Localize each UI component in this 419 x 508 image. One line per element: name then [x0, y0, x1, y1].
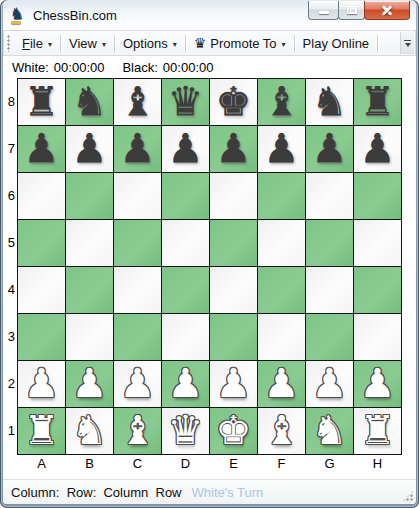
chevron-down-icon: ▾: [173, 38, 177, 49]
file-label-d: D: [162, 455, 209, 474]
square-a6[interactable]: [18, 173, 65, 219]
square-e1[interactable]: ♚: [210, 408, 257, 454]
black-king[interactable]: ♚: [210, 79, 257, 124]
white-pawn[interactable]: ♟: [162, 361, 209, 406]
square-e4[interactable]: [210, 267, 257, 313]
square-d6[interactable]: [162, 173, 209, 219]
white-pawn[interactable]: ♟: [114, 361, 161, 406]
white-pawn[interactable]: ♟: [306, 361, 353, 406]
menu-bar: File▾View▾Options▾♛Promote To▾Play Onlin…: [3, 30, 416, 56]
black-pawn[interactable]: ♟: [210, 126, 257, 171]
square-f8[interactable]: ♝: [258, 79, 305, 125]
square-c6[interactable]: [114, 173, 161, 219]
square-c4[interactable]: [114, 267, 161, 313]
status-coordinates-text: Column: Row: Column Row: [11, 485, 182, 500]
square-d7[interactable]: ♟: [162, 126, 209, 172]
rank-label-6: 6: [3, 173, 17, 219]
file-labels: ABCDEFGH: [18, 455, 416, 474]
close-icon: [381, 4, 393, 16]
white-queen[interactable]: ♛: [162, 408, 209, 453]
turn-indicator: White's Turn: [192, 485, 264, 500]
chevron-down-icon: [405, 43, 411, 47]
maximize-icon-inner: [350, 8, 356, 13]
square-h8[interactable]: ♜: [354, 79, 401, 125]
square-d3[interactable]: [162, 314, 209, 360]
menu-item-label: Promote To: [210, 36, 276, 51]
rank-labels: 87654321: [3, 78, 17, 455]
rank-label-1: 1: [3, 408, 17, 454]
square-a5[interactable]: [18, 220, 65, 266]
black-bishop[interactable]: ♝: [114, 79, 161, 124]
square-h6[interactable]: [354, 173, 401, 219]
square-d4[interactable]: [162, 267, 209, 313]
square-a1[interactable]: ♜: [18, 408, 65, 454]
white-pawn[interactable]: ♟: [66, 361, 113, 406]
square-g1[interactable]: ♞: [306, 408, 353, 454]
square-c1[interactable]: ♝: [114, 408, 161, 454]
square-c7[interactable]: ♟: [114, 126, 161, 172]
black-rook[interactable]: ♜: [354, 79, 401, 124]
menu-item-label: View: [69, 36, 97, 51]
square-f3[interactable]: [258, 314, 305, 360]
minimize-icon: [319, 11, 329, 14]
rank-label-5: 5: [3, 220, 17, 266]
square-c2[interactable]: ♟: [114, 361, 161, 407]
white-clock-time: 00:00:00: [54, 60, 105, 75]
black-rook[interactable]: ♜: [18, 79, 65, 124]
square-h1[interactable]: ♜: [354, 408, 401, 454]
file-label-b: B: [66, 455, 113, 474]
knight-icon-base: [11, 21, 21, 24]
square-d1[interactable]: ♛: [162, 408, 209, 454]
white-knight[interactable]: ♞: [306, 408, 353, 453]
chevron-down-icon: ▾: [282, 38, 286, 49]
square-d5[interactable]: [162, 220, 209, 266]
menu-item-label: File: [22, 36, 43, 51]
white-bishop[interactable]: ♝: [258, 408, 305, 453]
white-pawn[interactable]: ♟: [18, 361, 65, 406]
menu-item-view[interactable]: View▾: [62, 32, 113, 54]
black-pawn[interactable]: ♟: [114, 126, 161, 171]
white-pawn[interactable]: ♟: [210, 361, 257, 406]
chevron-down-icon: ▾: [102, 38, 106, 49]
menu-item-options[interactable]: Options▾: [116, 32, 184, 54]
rank-label-4: 4: [3, 267, 17, 313]
rank-label-2: 2: [3, 361, 17, 407]
rank-label-7: 7: [3, 126, 17, 172]
square-b1[interactable]: ♞: [66, 408, 113, 454]
toolbar-overflow-button[interactable]: [400, 32, 414, 54]
square-a3[interactable]: [18, 314, 65, 360]
toolbar-grip-handle[interactable]: [7, 35, 12, 52]
square-h2[interactable]: ♟: [354, 361, 401, 407]
square-a8[interactable]: ♜: [18, 79, 65, 125]
square-g5[interactable]: [306, 220, 353, 266]
square-c5[interactable]: [114, 220, 161, 266]
black-knight[interactable]: ♞: [66, 79, 113, 124]
white-knight[interactable]: ♞: [66, 408, 113, 453]
menu-separator: [114, 35, 115, 52]
square-e8[interactable]: ♚: [210, 79, 257, 125]
black-knight[interactable]: ♞: [306, 79, 353, 124]
square-c3[interactable]: [114, 314, 161, 360]
file-label-c: C: [114, 455, 161, 474]
square-f7[interactable]: ♟: [258, 126, 305, 172]
square-e3[interactable]: [210, 314, 257, 360]
square-a7[interactable]: ♟: [18, 126, 65, 172]
resize-grip[interactable]: [402, 490, 414, 502]
square-h3[interactable]: [354, 314, 401, 360]
window-controls: [309, 1, 410, 20]
square-h4[interactable]: [354, 267, 401, 313]
rank-label-8: 8: [3, 79, 17, 125]
menu-item-label: Play Online: [303, 36, 369, 51]
square-f1[interactable]: ♝: [258, 408, 305, 454]
square-g4[interactable]: [306, 267, 353, 313]
menu-item-label: Options: [123, 36, 168, 51]
white-pawn[interactable]: ♟: [258, 361, 305, 406]
square-a4[interactable]: [18, 267, 65, 313]
black-clock-label: Black:: [122, 60, 157, 75]
file-label-f: F: [258, 455, 305, 474]
square-f5[interactable]: [258, 220, 305, 266]
client-area: File▾View▾Options▾♛Promote To▾Play Onlin…: [3, 30, 416, 504]
title-bar: ♞ ChessBin.com: [3, 0, 416, 30]
app-window: ♞ ChessBin.com File▾View▾Options▾♛Promot…: [0, 0, 419, 508]
menu-item-file[interactable]: File▾: [15, 32, 59, 54]
black-pawn[interactable]: ♟: [306, 126, 353, 171]
maximize-button[interactable]: [338, 1, 365, 20]
white-pawn[interactable]: ♟: [354, 361, 401, 406]
square-e7[interactable]: ♟: [210, 126, 257, 172]
black-pawn[interactable]: ♟: [18, 126, 65, 171]
square-d2[interactable]: ♟: [162, 361, 209, 407]
menu-separator: [60, 35, 61, 52]
menu-item-play-online[interactable]: Play Online: [296, 32, 376, 54]
menu-item-promote-to[interactable]: ♛Promote To▾: [187, 32, 293, 54]
menu-separator: [294, 35, 295, 52]
chess-board: ♜♞♝♛♚♝♞♜♟♟♟♟♟♟♟♟♟♟♟♟♟♟♟♟♜♞♝♛♚♝♞♜: [17, 78, 402, 455]
close-button[interactable]: [364, 1, 410, 20]
square-g2[interactable]: ♟: [306, 361, 353, 407]
window-title: ChessBin.com: [33, 8, 117, 23]
black-pawn[interactable]: ♟: [66, 126, 113, 171]
square-b5[interactable]: [66, 220, 113, 266]
square-g8[interactable]: ♞: [306, 79, 353, 125]
clock-bar: White: 00:00:00 Black: 00:00:00: [3, 56, 416, 78]
square-b4[interactable]: [66, 267, 113, 313]
white-clock-label: White:: [12, 60, 49, 75]
square-g3[interactable]: [306, 314, 353, 360]
square-f6[interactable]: [258, 173, 305, 219]
square-b3[interactable]: [66, 314, 113, 360]
square-e6[interactable]: [210, 173, 257, 219]
black-queen-icon: ♛: [194, 36, 207, 50]
black-queen[interactable]: ♛: [162, 79, 209, 124]
maximize-icon: [347, 6, 357, 14]
square-c8[interactable]: ♝: [114, 79, 161, 125]
minimize-button[interactable]: [308, 1, 339, 20]
square-f4[interactable]: [258, 267, 305, 313]
square-g7[interactable]: ♟: [306, 126, 353, 172]
file-label-h: H: [354, 455, 401, 474]
black-pawn[interactable]: ♟: [258, 126, 305, 171]
file-label-g: G: [306, 455, 353, 474]
black-pawn[interactable]: ♟: [354, 126, 401, 171]
menu-separator: [185, 35, 186, 52]
menu-separator: [377, 35, 378, 52]
knight-glyph: ♞: [10, 5, 24, 22]
square-b6[interactable]: [66, 173, 113, 219]
square-f2[interactable]: ♟: [258, 361, 305, 407]
square-g6[interactable]: [306, 173, 353, 219]
rank-label-3: 3: [3, 314, 17, 360]
black-bishop[interactable]: ♝: [258, 79, 305, 124]
square-b8[interactable]: ♞: [66, 79, 113, 125]
file-label-a: A: [18, 455, 65, 474]
knight-app-icon: ♞: [10, 7, 27, 24]
square-a2[interactable]: ♟: [18, 361, 65, 407]
white-bishop[interactable]: ♝: [114, 408, 161, 453]
black-pawn[interactable]: ♟: [162, 126, 209, 171]
status-bar: Column: Row: Column Row White's Turn: [3, 479, 416, 504]
black-clock-time: 00:00:00: [163, 60, 214, 75]
chevron-down-icon: ▾: [48, 38, 52, 49]
square-b2[interactable]: ♟: [66, 361, 113, 407]
white-rook[interactable]: ♜: [354, 408, 401, 453]
board-area: 87654321 ♜♞♝♛♚♝♞♜♟♟♟♟♟♟♟♟♟♟♟♟♟♟♟♟♜♞♝♛♚♝♞…: [3, 78, 416, 455]
square-h7[interactable]: ♟: [354, 126, 401, 172]
square-h5[interactable]: [354, 220, 401, 266]
square-e5[interactable]: [210, 220, 257, 266]
square-b7[interactable]: ♟: [66, 126, 113, 172]
square-d8[interactable]: ♛: [162, 79, 209, 125]
file-label-e: E: [210, 455, 257, 474]
white-king[interactable]: ♚: [210, 408, 257, 453]
toolbar-overflow-icon: [404, 40, 411, 41]
square-e2[interactable]: ♟: [210, 361, 257, 407]
white-rook[interactable]: ♜: [18, 408, 65, 453]
